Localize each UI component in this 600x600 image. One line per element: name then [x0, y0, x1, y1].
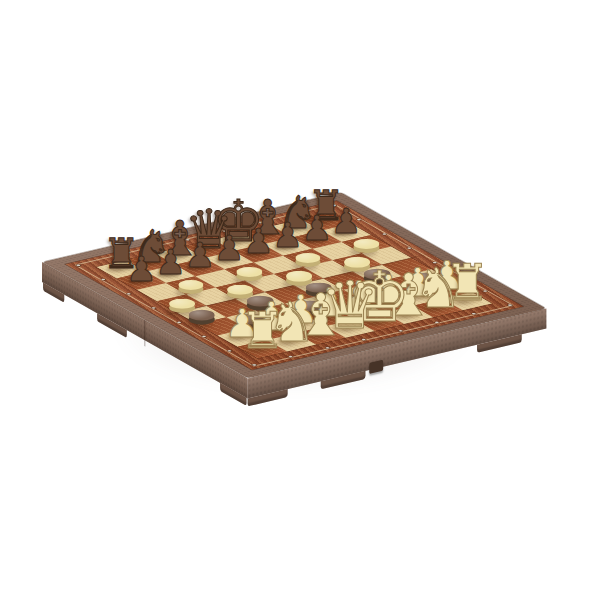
white-rook-a1: ♜ [240, 306, 285, 356]
brown-checker-a4 [189, 310, 216, 321]
product-photo-scene: ♜♞♝♛♚♝♞♜♟♟♟♟♟♟♟♟♟♟♟♟♟♟♟♟♜♞♝♛♚♝♞♜ [0, 0, 600, 600]
black-pawn-h7: ♟ [331, 204, 362, 238]
black-pawn-g7: ♟ [302, 210, 333, 244]
black-pawn-f7: ♟ [272, 217, 303, 251]
black-pawn-b7: ♟ [155, 245, 186, 279]
black-pawn-a7: ♟ [126, 252, 157, 286]
black-pawn-c7: ♟ [185, 238, 216, 272]
black-pawn-d7: ♟ [214, 231, 245, 265]
black-pawn-e7: ♟ [243, 224, 274, 258]
pieces-layer: ♜♞♝♛♚♝♞♜♟♟♟♟♟♟♟♟♟♟♟♟♟♟♟♟♜♞♝♛♚♝♞♜ [0, 0, 600, 600]
